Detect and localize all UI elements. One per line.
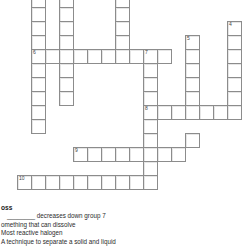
- crossword-cell[interactable]: [59, 77, 74, 92]
- crossword-cell[interactable]: [101, 175, 116, 190]
- crossword-cell[interactable]: 4: [227, 21, 242, 36]
- crossword-cell[interactable]: [59, 91, 74, 106]
- crossword-cell[interactable]: [143, 77, 158, 92]
- crossword-cell[interactable]: [185, 105, 200, 120]
- crossword-cell[interactable]: [31, 77, 46, 92]
- crossword-cell[interactable]: [227, 77, 242, 92]
- crossword-cell[interactable]: [101, 49, 116, 64]
- crossword-cell[interactable]: [171, 147, 186, 162]
- across-clue-4: A technique to separate a solid and liqu…: [1, 238, 249, 247]
- crossword-cell[interactable]: [199, 105, 214, 120]
- crossword-cell[interactable]: [59, 63, 74, 78]
- crossword-cell[interactable]: 5: [185, 35, 200, 50]
- crossword-cell[interactable]: [143, 175, 158, 190]
- cell-number: 5: [187, 36, 190, 41]
- crossword-cell[interactable]: [129, 49, 144, 64]
- crossword-cell[interactable]: [129, 147, 144, 162]
- across-clue-2: omething that can dissolve: [1, 221, 249, 230]
- crossword-cell[interactable]: [157, 105, 172, 120]
- crossword-cell[interactable]: [59, 21, 74, 36]
- crossword-cell[interactable]: [87, 175, 102, 190]
- crossword-cell[interactable]: [227, 63, 242, 78]
- crossword-cell[interactable]: [185, 63, 200, 78]
- across-clue-3: Most reactive halogen: [1, 229, 249, 238]
- crossword-cell[interactable]: [45, 49, 60, 64]
- crossword-cell[interactable]: [31, 63, 46, 78]
- crossword-cell[interactable]: [115, 175, 130, 190]
- crossword-cell[interactable]: [143, 63, 158, 78]
- crossword-cell[interactable]: [171, 105, 186, 120]
- crossword-cell[interactable]: [129, 175, 144, 190]
- crossword-cell[interactable]: 9: [73, 147, 88, 162]
- crossword-cell[interactable]: [143, 161, 158, 176]
- cell-number: 4: [229, 22, 232, 27]
- crossword-cell[interactable]: [143, 91, 158, 106]
- crossword-cell[interactable]: [185, 49, 200, 64]
- across-heading: oss: [1, 203, 249, 212]
- crossword-cell[interactable]: [59, 35, 74, 50]
- crossword-cell[interactable]: 6: [31, 49, 46, 64]
- crossword-cell[interactable]: 7: [143, 49, 158, 64]
- crossword-cell[interactable]: [115, 35, 130, 50]
- crossword-cell[interactable]: [227, 105, 242, 120]
- crossword-cell[interactable]: [31, 119, 46, 134]
- crossword-cell[interactable]: [185, 133, 200, 148]
- clue-list: oss ________ decreases down group 7 omet…: [1, 203, 249, 246]
- crossword-cell[interactable]: [227, 91, 242, 106]
- crossword-cell[interactable]: [31, 7, 46, 22]
- crossword-cell[interactable]: 8: [143, 105, 158, 120]
- crossword-cell[interactable]: [185, 77, 200, 92]
- crossword-cell[interactable]: [31, 21, 46, 36]
- crossword-cell[interactable]: [31, 35, 46, 50]
- crossword-cell[interactable]: [185, 91, 200, 106]
- crossword-cell[interactable]: 10: [17, 175, 32, 190]
- crossword-cell[interactable]: [59, 49, 74, 64]
- crossword-cell[interactable]: [115, 7, 130, 22]
- crossword-cell[interactable]: [213, 105, 228, 120]
- crossword-cell[interactable]: [115, 147, 130, 162]
- cell-number: 10: [19, 176, 25, 181]
- crossword-cell[interactable]: [31, 105, 46, 120]
- crossword-cell[interactable]: [87, 147, 102, 162]
- crossword-cell[interactable]: [87, 49, 102, 64]
- crossword-cell[interactable]: [59, 175, 74, 190]
- crossword-cell[interactable]: [59, 7, 74, 22]
- crossword-cell[interactable]: [73, 49, 88, 64]
- cell-number: 7: [145, 50, 148, 55]
- cell-number: 6: [33, 50, 36, 55]
- crossword-cell[interactable]: [157, 49, 172, 64]
- crossword-cell[interactable]: [115, 21, 130, 36]
- cell-number: 8: [145, 106, 148, 111]
- crossword-cell[interactable]: [227, 35, 242, 50]
- crossword-cell[interactable]: [73, 175, 88, 190]
- crossword-cell[interactable]: [157, 147, 172, 162]
- crossword-cell[interactable]: [45, 175, 60, 190]
- crossword-cell[interactable]: [143, 133, 158, 148]
- cell-number: 9: [75, 148, 78, 153]
- crossword-cell[interactable]: [31, 175, 46, 190]
- crossword-cell[interactable]: [115, 49, 130, 64]
- across-clue-1: ________ decreases down group 7: [1, 212, 249, 221]
- crossword-cell[interactable]: [227, 49, 242, 64]
- crossword-cell[interactable]: [143, 119, 158, 134]
- crossword-cell[interactable]: [101, 147, 116, 162]
- crossword-cell[interactable]: [31, 91, 46, 106]
- crossword-cell[interactable]: [143, 147, 158, 162]
